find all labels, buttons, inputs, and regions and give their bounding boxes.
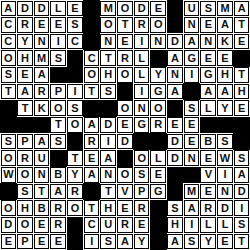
- cell-letter: T: [72, 153, 79, 164]
- cell-letter: M: [220, 3, 229, 14]
- crossword-cell[interactable]: E: [217, 234, 233, 250]
- crossword-cell[interactable]: T: [34, 184, 50, 200]
- crossword-cell[interactable]: O: [117, 167, 133, 183]
- cell-letter: L: [155, 153, 162, 164]
- crossword-cell[interactable]: S: [17, 184, 33, 200]
- crossword-cell[interactable]: E: [184, 117, 200, 133]
- crossword-cell[interactable]: N: [134, 100, 150, 116]
- crossword-cell[interactable]: N: [184, 150, 200, 166]
- cell-letter: D: [38, 3, 46, 14]
- crossword-cell[interactable]: G: [150, 184, 166, 200]
- crossword-cell[interactable]: L: [134, 67, 150, 83]
- cell-letter: H: [104, 69, 112, 80]
- crossword-cell[interactable]: O: [67, 200, 83, 216]
- crossword-cell[interactable]: R: [134, 17, 150, 33]
- crossword-cell[interactable]: B: [34, 200, 50, 216]
- crossword-cell[interactable]: R: [134, 200, 150, 216]
- crossword-cell[interactable]: A: [217, 17, 233, 33]
- crossword-block: [83, 17, 100, 34]
- cell-letter: L: [222, 219, 229, 230]
- crossword-cell[interactable]: E: [200, 184, 216, 200]
- crossword-cell[interactable]: H: [167, 217, 183, 233]
- crossword-cell[interactable]: E: [184, 134, 200, 150]
- crossword-block: [167, 100, 184, 117]
- cell-letter: I: [107, 136, 110, 147]
- crossword-cell[interactable]: A: [234, 167, 250, 183]
- crossword-cell[interactable]: O: [67, 117, 83, 133]
- cell-letter: R: [204, 203, 212, 214]
- cell-letter: E: [188, 119, 195, 130]
- cell-letter: U: [188, 3, 196, 14]
- cell-letter: S: [188, 236, 195, 247]
- crossword-cell[interactable]: M: [184, 184, 200, 200]
- crossword-cell[interactable]: K: [217, 34, 233, 50]
- cell-letter: E: [171, 119, 178, 130]
- cell-letter: E: [21, 69, 28, 80]
- crossword-cell[interactable]: S: [67, 100, 83, 116]
- cell-letter: D: [21, 3, 29, 14]
- crossword-cell[interactable]: D: [167, 150, 183, 166]
- crossword-cell[interactable]: W: [1, 167, 17, 183]
- crossword-cell[interactable]: O: [84, 67, 100, 83]
- crossword-cell[interactable]: A: [84, 167, 100, 183]
- crossword-cell[interactable]: O: [134, 150, 150, 166]
- cell-letter: E: [121, 119, 128, 130]
- crossword-cell[interactable]: S: [100, 84, 116, 100]
- crossword-cell[interactable]: S: [1, 67, 17, 83]
- crossword-cell[interactable]: K: [34, 100, 50, 116]
- cell-letter: N: [104, 36, 112, 47]
- cell-letter: T: [88, 86, 95, 97]
- crossword-cell[interactable]: A: [1, 1, 17, 17]
- cell-letter: D: [221, 203, 229, 214]
- cell-letter: K: [38, 103, 46, 114]
- crossword-cell[interactable]: R: [117, 50, 133, 66]
- crossword-cell[interactable]: R: [50, 217, 66, 233]
- cell-letter: G: [154, 186, 163, 197]
- cell-letter: V: [121, 186, 128, 197]
- cell-letter: A: [54, 186, 62, 197]
- crossword-block: [183, 83, 200, 100]
- cell-letter: S: [105, 86, 112, 97]
- crossword-cell[interactable]: Y: [17, 34, 33, 50]
- crossword-cell[interactable]: A: [167, 234, 183, 250]
- crossword-cell[interactable]: O: [1, 50, 17, 66]
- cell-letter: E: [71, 3, 78, 14]
- crossword-cell[interactable]: O: [117, 100, 133, 116]
- crossword-cell[interactable]: E: [200, 150, 216, 166]
- cell-letter: E: [121, 203, 128, 214]
- crossword-cell[interactable]: E: [134, 217, 150, 233]
- cell-letter: D: [238, 186, 246, 197]
- cell-letter: O: [121, 103, 130, 114]
- crossword-cell[interactable]: S: [234, 150, 250, 166]
- cell-letter: O: [87, 69, 96, 80]
- crossword-cell[interactable]: T: [84, 200, 100, 216]
- cell-letter: H: [21, 53, 29, 64]
- crossword-cell[interactable]: E: [150, 167, 166, 183]
- crossword-cell[interactable]: P: [17, 134, 33, 150]
- crossword-cell[interactable]: A: [50, 184, 66, 200]
- crossword-cell[interactable]: D: [1, 217, 17, 233]
- cell-letter: E: [155, 169, 162, 180]
- cell-letter: I: [73, 86, 76, 97]
- crossword-cell[interactable]: O: [1, 200, 17, 216]
- crossword-cell[interactable]: S: [234, 217, 250, 233]
- crossword-cell[interactable]: T: [234, 67, 250, 83]
- crossword-cell[interactable]: E: [34, 217, 50, 233]
- crossword-cell[interactable]: T: [67, 150, 83, 166]
- crossword-cell[interactable]: B: [50, 167, 66, 183]
- crossword-block: [67, 67, 84, 84]
- crossword-cell[interactable]: C: [84, 50, 100, 66]
- cell-letter: O: [4, 53, 13, 64]
- crossword-cell[interactable]: P: [17, 234, 33, 250]
- crossword-cell[interactable]: S: [217, 134, 233, 150]
- cell-letter: I: [190, 219, 193, 230]
- cell-letter: G: [154, 86, 163, 97]
- crossword-cell[interactable]: N: [100, 167, 116, 183]
- crossword-block: [233, 133, 250, 150]
- crossword-block: [150, 233, 167, 250]
- crossword-cell[interactable]: S: [1, 134, 17, 150]
- crossword-cell[interactable]: I: [184, 217, 200, 233]
- cell-letter: D: [171, 136, 179, 147]
- crossword-cell[interactable]: A: [167, 50, 183, 66]
- crossword-cell[interactable]: I: [67, 84, 83, 100]
- crossword-cell[interactable]: D: [100, 117, 116, 133]
- crossword-block: [83, 0, 100, 17]
- crossword-cell[interactable]: O: [17, 217, 33, 233]
- crossword-cell[interactable]: C: [1, 34, 17, 50]
- cell-letter: A: [4, 3, 12, 14]
- crossword-cell[interactable]: T: [234, 234, 250, 250]
- crossword-cell[interactable]: U: [34, 150, 50, 166]
- cell-letter: D: [121, 136, 129, 147]
- crossword-cell[interactable]: A: [200, 84, 216, 100]
- crossword-cell[interactable]: A: [234, 1, 250, 17]
- crossword-cell[interactable]: S: [200, 1, 216, 17]
- cell-letter: D: [104, 119, 112, 130]
- crossword-cell[interactable]: A: [184, 200, 200, 216]
- cell-letter: A: [38, 136, 46, 147]
- crossword-cell[interactable]: E: [34, 234, 50, 250]
- cell-letter: R: [71, 186, 79, 197]
- crossword-cell[interactable]: I: [134, 34, 150, 50]
- crossword-cell[interactable]: R: [17, 150, 33, 166]
- crossword-cell[interactable]: N: [150, 34, 166, 50]
- crossword-cell[interactable]: L: [217, 217, 233, 233]
- crossword-cell[interactable]: O: [117, 67, 133, 83]
- crossword-cell[interactable]: V: [117, 184, 133, 200]
- cell-letter: C: [71, 36, 79, 47]
- cell-letter: E: [155, 3, 162, 14]
- cell-letter: T: [238, 19, 245, 30]
- cell-letter: S: [71, 19, 78, 30]
- crossword-cell[interactable]: D: [167, 34, 183, 50]
- cell-letter: E: [88, 153, 95, 164]
- crossword-cell[interactable]: T: [234, 17, 250, 33]
- crossword-cell[interactable]: N: [100, 34, 116, 50]
- crossword-cell[interactable]: D: [134, 1, 150, 17]
- crossword-cell[interactable]: E: [1, 234, 17, 250]
- crossword-cell[interactable]: S: [67, 17, 83, 33]
- crossword-cell[interactable]: O: [117, 1, 133, 17]
- crossword-cell[interactable]: E: [117, 117, 133, 133]
- crossword-cell[interactable]: Y: [217, 100, 233, 116]
- crossword-cell[interactable]: I: [234, 200, 250, 216]
- cell-letter: U: [104, 219, 112, 230]
- crossword-cell[interactable]: I: [84, 234, 100, 250]
- crossword-block: [150, 217, 167, 234]
- crossword-cell[interactable]: G: [184, 50, 200, 66]
- crossword-block: [167, 0, 184, 17]
- crossword-cell[interactable]: V: [200, 167, 216, 183]
- crossword-cell[interactable]: S: [134, 167, 150, 183]
- cell-letter: A: [204, 86, 212, 97]
- crossword-cell[interactable]: C: [84, 217, 100, 233]
- crossword-cell[interactable]: A: [167, 84, 183, 100]
- crossword-cell[interactable]: W: [217, 150, 233, 166]
- cell-letter: M: [187, 186, 196, 197]
- crossword-cell[interactable]: A: [84, 117, 100, 133]
- crossword-cell[interactable]: G: [150, 84, 166, 100]
- cell-letter: G: [137, 119, 146, 130]
- cell-letter: N: [38, 169, 46, 180]
- cell-letter: P: [21, 136, 28, 147]
- cell-letter: C: [4, 19, 12, 30]
- crossword-cell[interactable]: D: [117, 134, 133, 150]
- crossword-cell[interactable]: N: [34, 34, 50, 50]
- crossword-cell[interactable]: E: [117, 200, 133, 216]
- crossword-cell[interactable]: H: [100, 200, 116, 216]
- crossword-cell[interactable]: E: [17, 67, 33, 83]
- crossword-cell[interactable]: L: [50, 1, 66, 17]
- crossword-cell[interactable]: A: [34, 67, 50, 83]
- crossword-cell[interactable]: E: [234, 34, 250, 50]
- crossword-cell[interactable]: E: [84, 150, 100, 166]
- cell-letter: R: [138, 19, 146, 30]
- crossword-cell[interactable]: R: [50, 200, 66, 216]
- crossword-block: [167, 17, 184, 34]
- crossword-cell[interactable]: A: [184, 34, 200, 50]
- cell-letter: Y: [205, 236, 212, 247]
- cell-letter: O: [4, 203, 13, 214]
- cell-letter: O: [137, 153, 146, 164]
- crossword-cell[interactable]: T: [1, 84, 17, 100]
- crossword-cell[interactable]: N: [34, 167, 50, 183]
- crossword-cell[interactable]: Y: [200, 234, 216, 250]
- crossword-cell[interactable]: U: [100, 217, 116, 233]
- crossword-cell[interactable]: D: [34, 1, 50, 17]
- crossword-cell[interactable]: D: [167, 134, 183, 150]
- cell-letter: E: [5, 236, 12, 247]
- crossword-cell[interactable]: O: [50, 100, 66, 116]
- crossword-cell[interactable]: A: [100, 150, 116, 166]
- cell-letter: T: [22, 103, 29, 114]
- crossword-cell[interactable]: L: [200, 217, 216, 233]
- crossword-cell[interactable]: S: [167, 200, 183, 216]
- crossword-cell[interactable]: T: [100, 184, 116, 200]
- crossword-block: [67, 233, 84, 250]
- crossword-cell[interactable]: C: [67, 34, 83, 50]
- crossword-cell[interactable]: A: [117, 234, 133, 250]
- cell-letter: N: [104, 169, 112, 180]
- crossword-cell[interactable]: T: [50, 117, 66, 133]
- crossword-cell[interactable]: T: [17, 100, 33, 116]
- cell-letter: E: [188, 136, 195, 147]
- crossword-cell[interactable]: Y: [150, 67, 166, 83]
- crossword-cell[interactable]: B: [200, 134, 216, 150]
- cell-letter: I: [240, 203, 243, 214]
- crossword-cell[interactable]: R: [84, 134, 100, 150]
- cell-letter: I: [140, 86, 143, 97]
- cell-letter: A: [238, 169, 246, 180]
- crossword-cell[interactable]: I: [134, 84, 150, 100]
- cell-letter: C: [88, 219, 96, 230]
- cell-letter: N: [154, 36, 162, 47]
- crossword-cell[interactable]: N: [200, 34, 216, 50]
- crossword-cell[interactable]: E: [67, 1, 83, 17]
- crossword-cell[interactable]: E: [234, 100, 250, 116]
- crossword-cell[interactable]: G: [200, 67, 216, 83]
- crossword-cell[interactable]: T: [100, 50, 116, 66]
- cell-letter: E: [121, 36, 128, 47]
- crossword-cell[interactable]: M: [217, 1, 233, 17]
- crossword-cell[interactable]: E: [50, 234, 66, 250]
- crossword-cell[interactable]: N: [184, 17, 200, 33]
- crossword-cell[interactable]: T: [117, 17, 133, 33]
- cell-letter: R: [88, 136, 96, 147]
- crossword-block: [0, 117, 17, 134]
- crossword-cell[interactable]: O: [1, 150, 17, 166]
- crossword-cell[interactable]: C: [1, 17, 17, 33]
- crossword-cell[interactable]: R: [150, 117, 166, 133]
- cell-letter: E: [205, 19, 212, 30]
- crossword-cell[interactable]: S: [50, 134, 66, 150]
- crossword-cell[interactable]: I: [184, 67, 200, 83]
- cell-letter: O: [121, 169, 130, 180]
- cell-letter: Y: [221, 103, 228, 114]
- cell-letter: E: [55, 236, 62, 247]
- cell-letter: T: [88, 203, 95, 214]
- crossword-cell[interactable]: P: [50, 84, 66, 100]
- crossword-cell[interactable]: S: [184, 100, 200, 116]
- cell-letter: B: [54, 169, 62, 180]
- crossword-cell[interactable]: L: [200, 100, 216, 116]
- cell-letter: G: [204, 69, 213, 80]
- crossword-cell[interactable]: G: [134, 117, 150, 133]
- cell-letter: H: [21, 203, 29, 214]
- crossword-cell[interactable]: U: [184, 1, 200, 17]
- crossword-block: [83, 100, 100, 117]
- crossword-cell[interactable]: P: [134, 184, 150, 200]
- crossword-cell[interactable]: M: [34, 50, 50, 66]
- crossword-block: [133, 133, 150, 150]
- cell-letter: E: [55, 19, 62, 30]
- crossword-cell[interactable]: N: [167, 67, 183, 83]
- crossword-cell[interactable]: D: [234, 184, 250, 200]
- crossword-cell[interactable]: E: [167, 117, 183, 133]
- cell-letter: S: [221, 136, 228, 147]
- crossword-cell[interactable]: H: [234, 84, 250, 100]
- cell-letter: A: [88, 169, 96, 180]
- crossword-cell[interactable]: Y: [67, 167, 83, 183]
- cell-letter: R: [54, 203, 62, 214]
- crossword-cell[interactable]: I: [50, 34, 66, 50]
- crossword-cell[interactable]: R: [34, 84, 50, 100]
- crossword-cell[interactable]: E: [34, 17, 50, 33]
- crossword-cell[interactable]: E: [217, 50, 233, 66]
- cell-letter: S: [55, 136, 62, 147]
- crossword-cell[interactable]: L: [150, 150, 166, 166]
- crossword-cell[interactable]: A: [34, 134, 50, 150]
- crossword-cell[interactable]: L: [134, 50, 150, 66]
- cell-letter: O: [154, 19, 163, 30]
- crossword-cell[interactable]: R: [200, 200, 216, 216]
- crossword-cell[interactable]: R: [117, 217, 133, 233]
- crossword-cell[interactable]: A: [17, 84, 33, 100]
- cell-letter: T: [55, 119, 62, 130]
- crossword-cell[interactable]: H: [217, 67, 233, 83]
- crossword-cell[interactable]: D: [217, 200, 233, 216]
- crossword-cell[interactable]: R: [67, 184, 83, 200]
- crossword-cell[interactable]: E: [200, 50, 216, 66]
- crossword-cell[interactable]: H: [100, 67, 116, 83]
- crossword-cell[interactable]: O: [150, 17, 166, 33]
- crossword-cell[interactable]: M: [100, 1, 116, 17]
- cell-letter: N: [221, 186, 229, 197]
- cell-letter: R: [154, 119, 162, 130]
- crossword-cell[interactable]: H: [17, 50, 33, 66]
- crossword-cell[interactable]: O: [100, 17, 116, 33]
- crossword-cell[interactable]: R: [17, 17, 33, 33]
- crossword-cell[interactable]: I: [100, 134, 116, 150]
- crossword-block: [117, 83, 134, 100]
- cell-letter: V: [205, 169, 212, 180]
- cell-letter: P: [21, 236, 28, 247]
- crossword-cell[interactable]: S: [100, 234, 116, 250]
- crossword-cell[interactable]: D: [17, 1, 33, 17]
- cell-letter: E: [38, 219, 45, 230]
- crossword-block: [167, 183, 184, 200]
- crossword-cell[interactable]: S: [184, 234, 200, 250]
- crossword-cell[interactable]: N: [217, 184, 233, 200]
- cell-letter: E: [238, 103, 245, 114]
- crossword-block: [217, 117, 234, 134]
- cell-letter: O: [71, 119, 80, 130]
- crossword-cell[interactable]: I: [217, 167, 233, 183]
- crossword-cell[interactable]: S: [50, 50, 66, 66]
- cell-letter: O: [154, 103, 163, 114]
- crossword-cell[interactable]: E: [200, 17, 216, 33]
- crossword-cell[interactable]: E: [117, 34, 133, 50]
- cell-letter: O: [121, 69, 130, 80]
- crossword-cell[interactable]: O: [150, 100, 166, 116]
- crossword-block: [200, 117, 217, 134]
- crossword-cell[interactable]: O: [17, 167, 33, 183]
- crossword-block: [83, 33, 100, 50]
- crossword-cell[interactable]: H: [17, 200, 33, 216]
- crossword-cell[interactable]: A: [217, 84, 233, 100]
- crossword-cell[interactable]: E: [50, 17, 66, 33]
- cell-letter: A: [21, 86, 29, 97]
- cell-letter: A: [88, 119, 96, 130]
- crossword-cell[interactable]: E: [150, 1, 166, 17]
- crossword-cell[interactable]: Y: [134, 234, 150, 250]
- crossword-cell[interactable]: T: [84, 84, 100, 100]
- cell-letter: A: [121, 236, 129, 247]
